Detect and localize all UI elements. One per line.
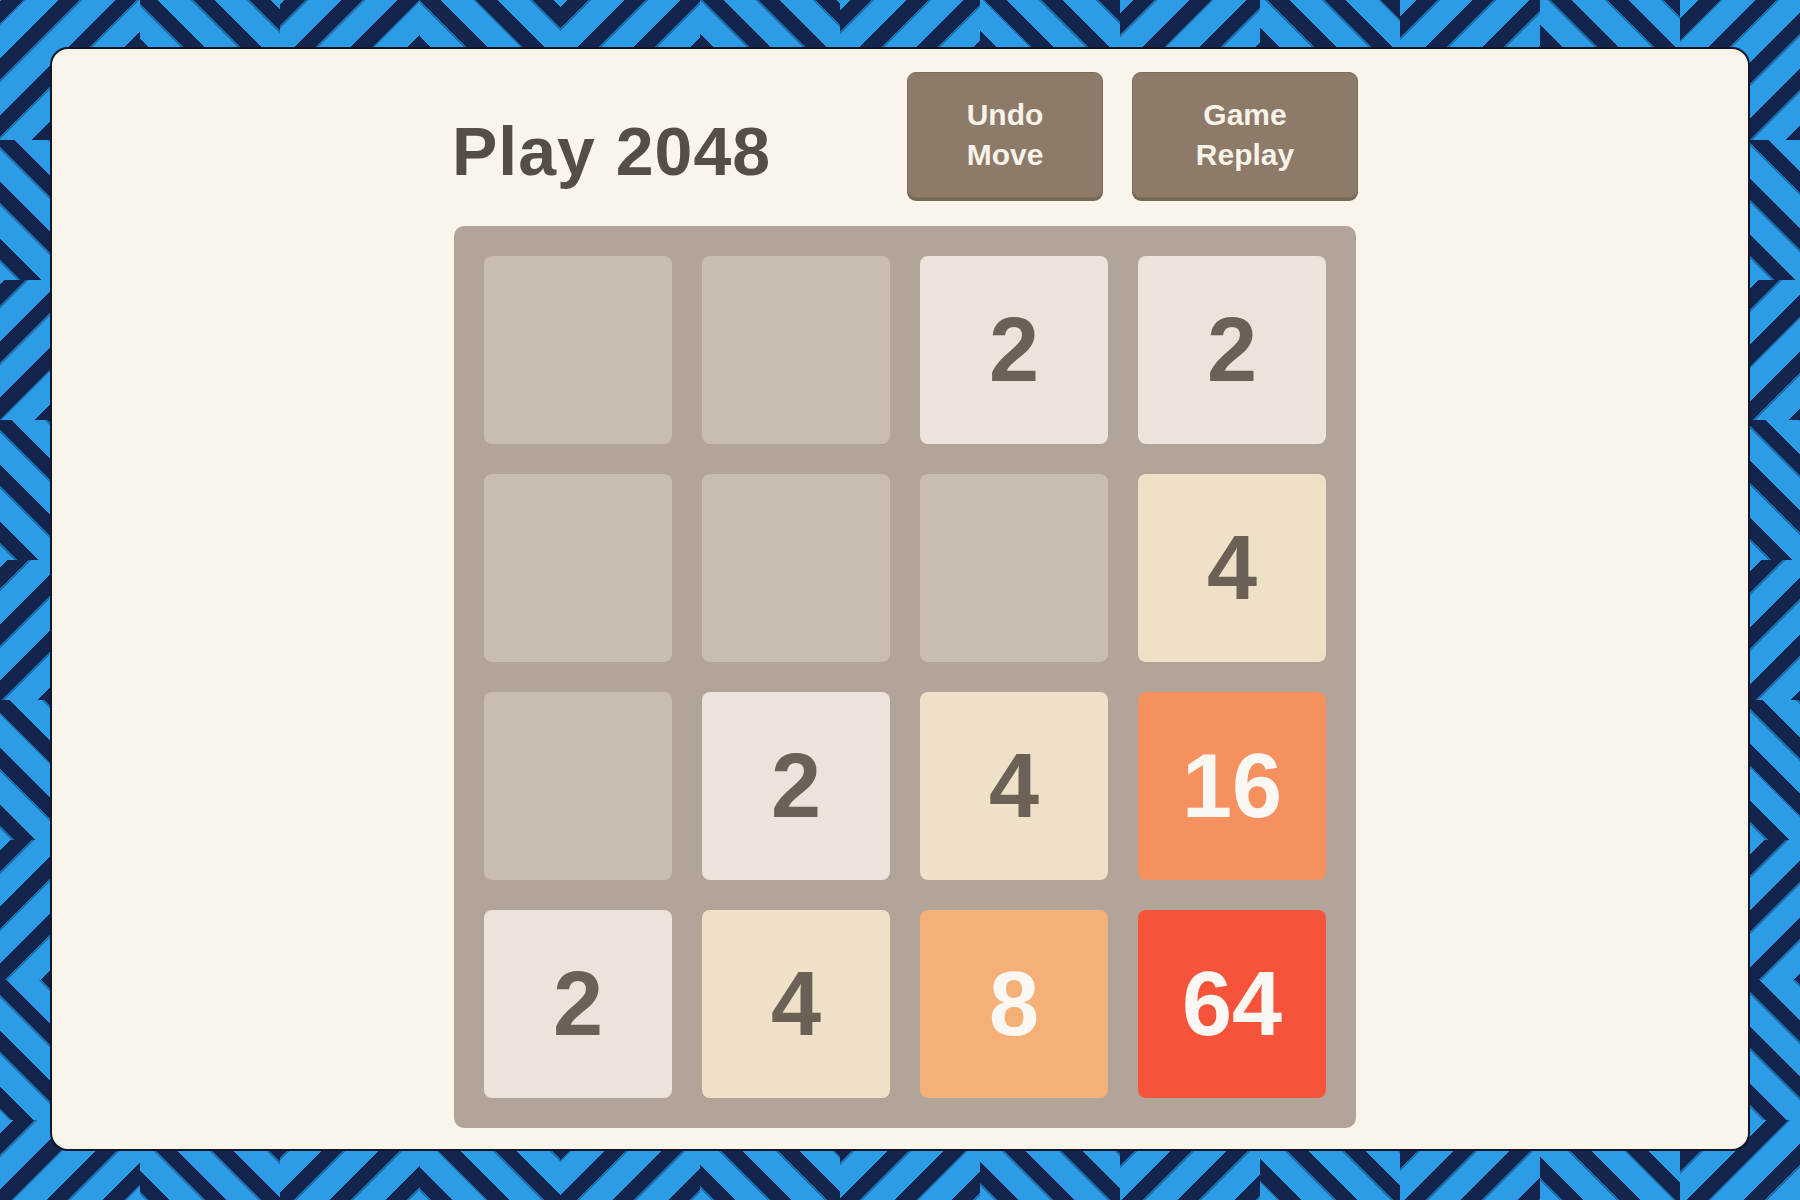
cell-r1c2 <box>702 256 890 444</box>
tile-8-r4c3: 8 <box>920 910 1108 1098</box>
game-panel: Play 2048 Undo Move Game Replay 22424162… <box>50 47 1750 1151</box>
tile-4-r3c3: 4 <box>920 692 1108 880</box>
game-replay-button-line2: Replay <box>1196 135 1294 175</box>
tile-16-r3c4: 16 <box>1138 692 1326 880</box>
cell-r2c3 <box>920 474 1108 662</box>
tile-2-r1c3: 2 <box>920 256 1108 444</box>
undo-move-button-line2: Move <box>967 135 1044 175</box>
cell-r3c1 <box>484 692 672 880</box>
tile-4-r2c4: 4 <box>1138 474 1326 662</box>
game-replay-button[interactable]: Game Replay <box>1132 72 1358 198</box>
cell-r2c2 <box>702 474 890 662</box>
game-replay-button-line1: Game <box>1203 95 1286 135</box>
cell-r2c1 <box>484 474 672 662</box>
board-2048[interactable]: 224241624864 <box>454 226 1356 1128</box>
tile-2-r4c1: 2 <box>484 910 672 1098</box>
tile-64-r4c4: 64 <box>1138 910 1326 1098</box>
cell-r1c1 <box>484 256 672 444</box>
tile-2-r1c4: 2 <box>1138 256 1326 444</box>
page-title: Play 2048 <box>452 117 771 185</box>
tile-2-r3c2: 2 <box>702 692 890 880</box>
tile-4-r4c2: 4 <box>702 910 890 1098</box>
undo-move-button-line1: Undo <box>967 95 1044 135</box>
undo-move-button[interactable]: Undo Move <box>907 72 1103 198</box>
